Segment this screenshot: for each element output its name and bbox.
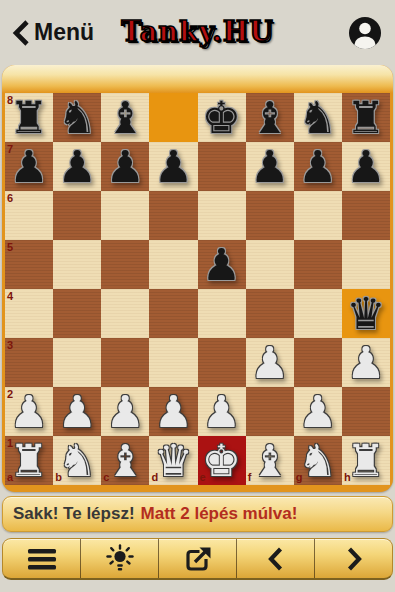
toolbar xyxy=(2,538,393,580)
white-queen: ♛ xyxy=(154,439,193,483)
rank-label-7: 7 xyxy=(7,144,13,155)
square-h8[interactable]: ♜ xyxy=(342,93,390,142)
square-c3[interactable] xyxy=(101,338,149,387)
square-c4[interactable] xyxy=(101,289,149,338)
square-e1[interactable]: e♚ xyxy=(198,436,246,485)
square-f7[interactable]: ♟ xyxy=(246,142,294,191)
square-a8[interactable]: 8♜ xyxy=(5,93,53,142)
file-label-d: d xyxy=(151,472,158,483)
square-d3[interactable] xyxy=(149,338,197,387)
square-b4[interactable] xyxy=(53,289,101,338)
black-bishop: ♝ xyxy=(106,96,145,140)
rank-label-8: 8 xyxy=(7,95,13,106)
file-label-b: b xyxy=(55,472,62,483)
black-pawn: ♟ xyxy=(202,243,241,287)
square-h1[interactable]: h♜ xyxy=(342,436,390,485)
white-pawn: ♟ xyxy=(154,390,193,434)
square-c8[interactable]: ♝ xyxy=(101,93,149,142)
rank-label-5: 5 xyxy=(7,242,13,253)
chess-board: 8♜♞♝♚♝♞♜7♟♟♟♟♟♟♟65♟4♛3♟♟2♟♟♟♟♟♟1a♜b♞c♝d♛… xyxy=(5,93,390,485)
back-chevron-icon xyxy=(12,19,31,47)
white-rook: ♜ xyxy=(346,439,385,483)
square-e8[interactable]: ♚ xyxy=(198,93,246,142)
black-rook: ♜ xyxy=(9,96,48,140)
square-c5[interactable] xyxy=(101,240,149,289)
white-pawn: ♟ xyxy=(346,341,385,385)
header: Menü Tanky.HU xyxy=(0,0,395,65)
black-pawn: ♟ xyxy=(9,145,48,189)
black-rook: ♜ xyxy=(346,96,385,140)
white-bishop: ♝ xyxy=(250,439,289,483)
rank-label-6: 6 xyxy=(7,193,13,204)
square-h4[interactable]: ♛ xyxy=(342,289,390,338)
white-bishop: ♝ xyxy=(106,439,145,483)
square-b1[interactable]: b♞ xyxy=(53,436,101,485)
square-e6[interactable] xyxy=(198,191,246,240)
square-d6[interactable] xyxy=(149,191,197,240)
rank-label-1: 1 xyxy=(7,438,13,449)
square-f2[interactable] xyxy=(246,387,294,436)
chevron-right-icon xyxy=(344,546,364,572)
square-c7[interactable]: ♟ xyxy=(101,142,149,191)
white-pawn: ♟ xyxy=(298,390,337,434)
black-pawn: ♟ xyxy=(346,145,385,189)
white-pawn: ♟ xyxy=(106,390,145,434)
square-b6[interactable] xyxy=(53,191,101,240)
square-a4[interactable]: 4 xyxy=(5,289,53,338)
black-pawn: ♟ xyxy=(298,145,337,189)
square-g7[interactable]: ♟ xyxy=(294,142,342,191)
square-f5[interactable] xyxy=(246,240,294,289)
toolbar-menu-button[interactable] xyxy=(3,539,80,578)
app-logo: Tanky.HU xyxy=(121,16,273,47)
square-g6[interactable] xyxy=(294,191,342,240)
status-bar: Sakk! Te lépsz! Matt 2 lépés múlva! xyxy=(2,496,393,532)
white-pawn: ♟ xyxy=(9,390,48,434)
square-e3[interactable] xyxy=(198,338,246,387)
chevron-left-icon xyxy=(266,546,286,572)
board-panel: 8♜♞♝♚♝♞♜7♟♟♟♟♟♟♟65♟4♛3♟♟2♟♟♟♟♟♟1a♜b♞c♝d♛… xyxy=(2,65,393,492)
share-icon xyxy=(182,544,214,573)
square-d5[interactable] xyxy=(149,240,197,289)
square-d7[interactable]: ♟ xyxy=(149,142,197,191)
status-check-text: Sakk! Te lépsz! xyxy=(13,504,135,524)
square-e5[interactable]: ♟ xyxy=(198,240,246,289)
toolbar-hint-button[interactable] xyxy=(80,539,158,578)
lightbulb-icon xyxy=(105,544,135,574)
black-king: ♚ xyxy=(202,96,241,140)
file-label-g: g xyxy=(296,472,303,483)
rank-label-3: 3 xyxy=(7,340,13,351)
square-d8[interactable] xyxy=(149,93,197,142)
hamburger-icon xyxy=(25,545,59,573)
panel-bottom-strip xyxy=(2,485,393,492)
black-pawn: ♟ xyxy=(106,145,145,189)
square-h7[interactable]: ♟ xyxy=(342,142,390,191)
square-a6[interactable]: 6 xyxy=(5,191,53,240)
square-h6[interactable] xyxy=(342,191,390,240)
file-label-a: a xyxy=(7,472,13,483)
status-mate-text: Matt 2 lépés múlva! xyxy=(141,504,298,524)
rank-label-2: 2 xyxy=(7,389,13,400)
black-pawn: ♟ xyxy=(250,145,289,189)
square-c2[interactable]: ♟ xyxy=(101,387,149,436)
square-g3[interactable] xyxy=(294,338,342,387)
square-e2[interactable]: ♟ xyxy=(198,387,246,436)
square-b5[interactable] xyxy=(53,240,101,289)
square-f6[interactable] xyxy=(246,191,294,240)
toolbar-back-button[interactable] xyxy=(236,539,314,578)
square-a5[interactable]: 5 xyxy=(5,240,53,289)
square-a3[interactable]: 3 xyxy=(5,338,53,387)
black-pawn: ♟ xyxy=(154,145,193,189)
black-knight: ♞ xyxy=(57,96,96,140)
square-e7[interactable] xyxy=(198,142,246,191)
square-g1[interactable]: g♞ xyxy=(294,436,342,485)
square-b8[interactable]: ♞ xyxy=(53,93,101,142)
square-a2[interactable]: 2♟ xyxy=(5,387,53,436)
black-queen: ♛ xyxy=(346,292,385,336)
square-g4[interactable] xyxy=(294,289,342,338)
square-f1[interactable]: f♝ xyxy=(246,436,294,485)
toolbar-forward-button[interactable] xyxy=(314,539,392,578)
square-d4[interactable] xyxy=(149,289,197,338)
white-knight: ♞ xyxy=(57,439,96,483)
square-c6[interactable] xyxy=(101,191,149,240)
rank-label-4: 4 xyxy=(7,291,13,302)
white-knight: ♞ xyxy=(298,439,337,483)
file-label-f: f xyxy=(248,472,252,483)
panel-top-strip xyxy=(2,65,393,93)
square-d2[interactable]: ♟ xyxy=(149,387,197,436)
square-b2[interactable]: ♟ xyxy=(53,387,101,436)
square-h3[interactable]: ♟ xyxy=(342,338,390,387)
square-d1[interactable]: d♛ xyxy=(149,436,197,485)
white-pawn: ♟ xyxy=(250,341,289,385)
file-label-e: e xyxy=(200,472,206,483)
file-label-c: c xyxy=(103,472,109,483)
square-b7[interactable]: ♟ xyxy=(53,142,101,191)
square-f4[interactable] xyxy=(246,289,294,338)
menu-back-button[interactable]: Menü xyxy=(12,19,94,47)
black-pawn: ♟ xyxy=(57,145,96,189)
square-g8[interactable]: ♞ xyxy=(294,93,342,142)
black-knight: ♞ xyxy=(298,96,337,140)
file-label-h: h xyxy=(344,472,351,483)
square-b3[interactable] xyxy=(53,338,101,387)
menu-back-label: Menü xyxy=(34,19,94,46)
white-king: ♚ xyxy=(202,439,241,483)
square-a1[interactable]: 1a♜ xyxy=(5,436,53,485)
square-g2[interactable]: ♟ xyxy=(294,387,342,436)
black-bishop: ♝ xyxy=(250,96,289,140)
white-pawn: ♟ xyxy=(202,390,241,434)
white-rook: ♜ xyxy=(9,439,48,483)
square-h5[interactable] xyxy=(342,240,390,289)
square-e4[interactable] xyxy=(198,289,246,338)
square-a7[interactable]: 7♟ xyxy=(5,142,53,191)
account-icon xyxy=(347,15,383,51)
square-g5[interactable] xyxy=(294,240,342,289)
toolbar-share-button[interactable] xyxy=(158,539,236,578)
profile-avatar-button[interactable] xyxy=(347,15,383,51)
square-h2[interactable] xyxy=(342,387,390,436)
white-pawn: ♟ xyxy=(57,390,96,434)
square-c1[interactable]: c♝ xyxy=(101,436,149,485)
app-screen: Menü Tanky.HU 8♜♞♝♚♝♞♜7♟♟♟♟♟♟♟65♟4♛3♟♟2♟… xyxy=(0,0,395,592)
square-f3[interactable]: ♟ xyxy=(246,338,294,387)
square-f8[interactable]: ♝ xyxy=(246,93,294,142)
